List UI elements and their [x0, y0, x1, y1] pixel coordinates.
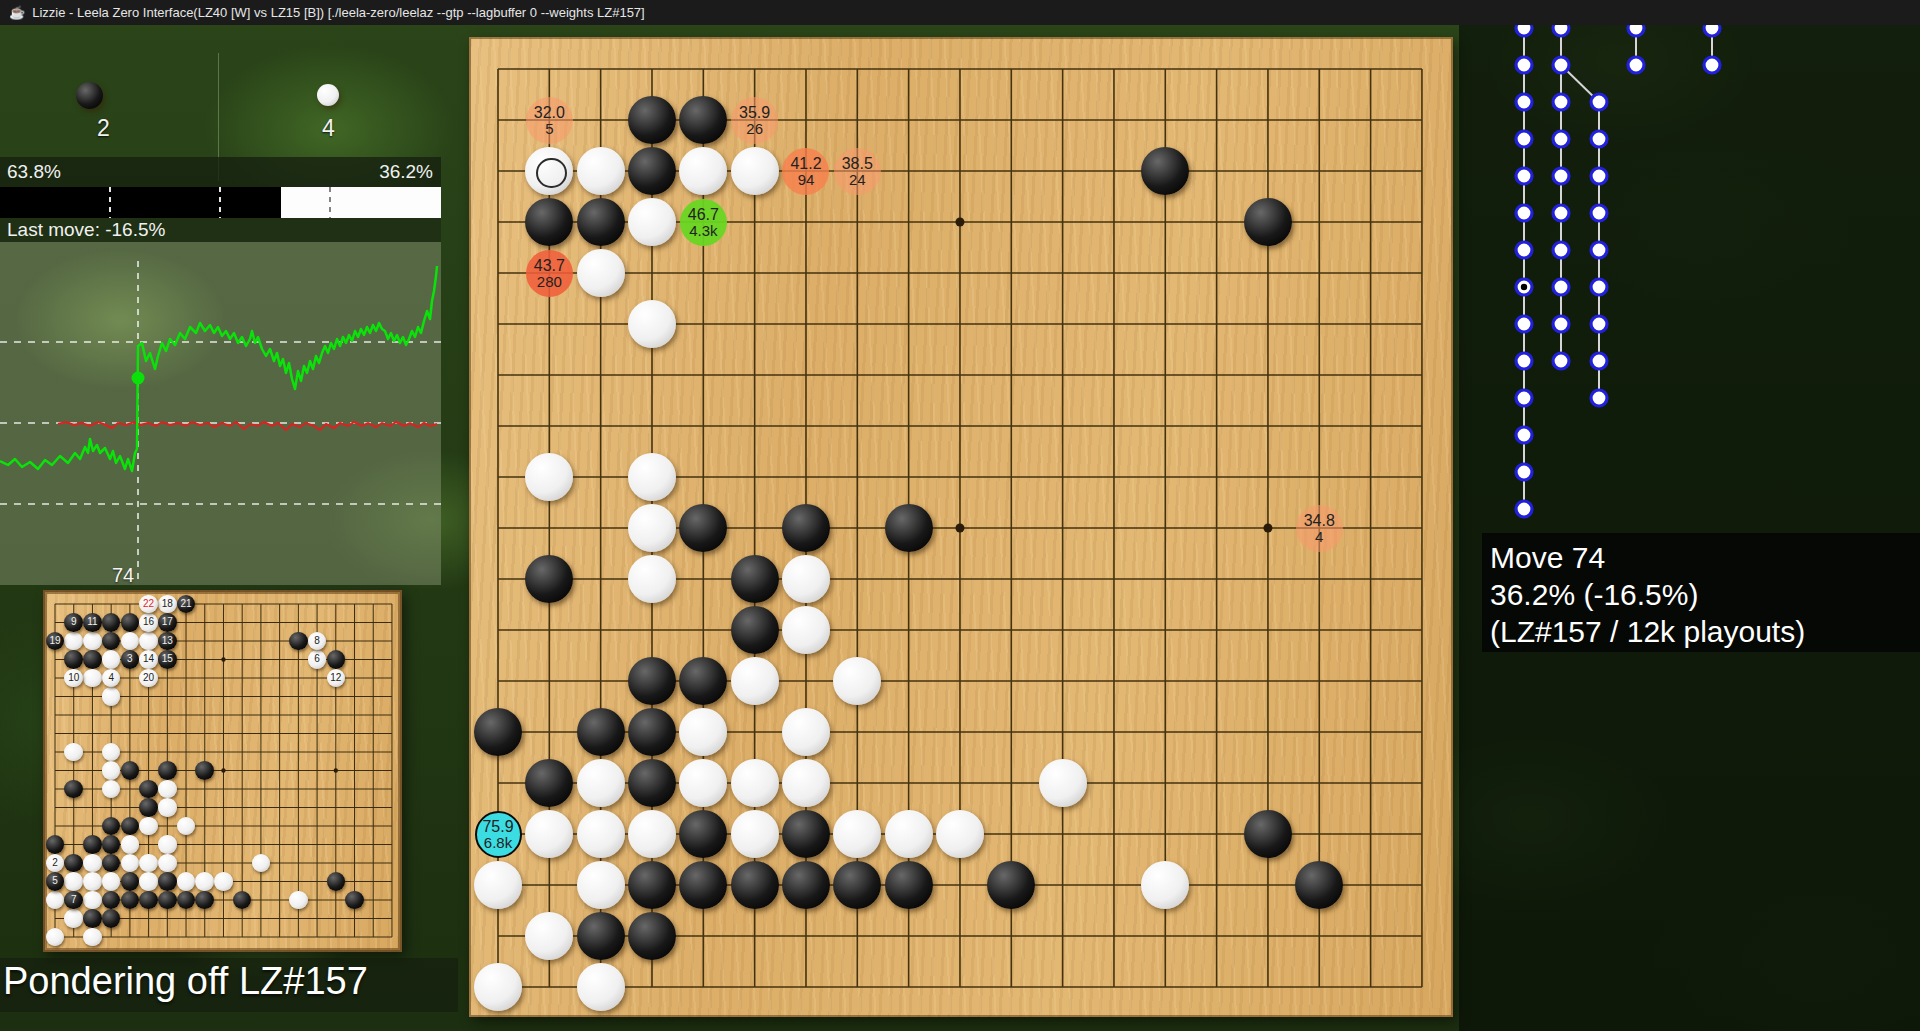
white-stone[interactable]: [83, 872, 102, 891]
black-stone[interactable]: [987, 861, 1035, 909]
tree-node[interactable]: [1591, 242, 1607, 258]
tree-node[interactable]: [1516, 501, 1532, 517]
variation-tree[interactable]: [1459, 10, 1920, 530]
capture-panel: 2 4: [0, 25, 441, 157]
main-board[interactable]: 32.0535.92641.29438.52446.74.3k43.728034…: [469, 37, 1453, 1017]
tree-node[interactable]: [1591, 316, 1607, 332]
tree-node[interactable]: [1553, 316, 1569, 332]
winrate-bar-black: [0, 187, 281, 218]
tree-node[interactable]: [1516, 205, 1532, 221]
variation-white-stone[interactable]: 20: [139, 669, 158, 688]
suggestion-visits: 4: [1315, 529, 1323, 544]
black-stone[interactable]: [102, 835, 121, 854]
tree-node[interactable]: [1516, 131, 1532, 147]
black-stone[interactable]: [525, 759, 573, 807]
tree-node[interactable]: [1553, 57, 1569, 73]
white-stone[interactable]: [474, 963, 522, 1011]
tree-node[interactable]: [1516, 353, 1532, 369]
black-capture-stone: [76, 82, 103, 109]
tree-node[interactable]: [1591, 279, 1607, 295]
white-stone[interactable]: [679, 147, 727, 195]
tree-node[interactable]: [1704, 57, 1720, 73]
white-stone[interactable]: [577, 249, 625, 297]
variation-black-stone[interactable]: 13: [158, 632, 177, 651]
winrate-bar: [0, 187, 441, 218]
white-stone[interactable]: [885, 810, 933, 858]
white-stone[interactable]: [782, 555, 830, 603]
black-stone[interactable]: [628, 708, 676, 756]
tree-current-node-dot: [1521, 284, 1527, 290]
black-stone[interactable]: [158, 761, 177, 780]
move-info-winrate: 36.2% (-16.5%): [1490, 576, 1920, 613]
black-stone[interactable]: [1295, 861, 1343, 909]
tree-node[interactable]: [1591, 131, 1607, 147]
black-stone[interactable]: [64, 650, 83, 669]
move-info-engine: (LZ#157 / 12k playouts): [1490, 613, 1920, 650]
suggestion-best[interactable]: 46.74.3k: [680, 199, 727, 246]
white-stone[interactable]: [628, 198, 676, 246]
variation-black-stone[interactable]: 3: [121, 650, 140, 669]
white-stone[interactable]: [83, 891, 102, 910]
black-stone[interactable]: [731, 861, 779, 909]
tree-node[interactable]: [1591, 353, 1607, 369]
variation-move-number: 14: [143, 654, 154, 664]
tree-node[interactable]: [1516, 390, 1532, 406]
white-stone[interactable]: [64, 632, 83, 651]
variation-move-number: 13: [162, 636, 173, 646]
variation-move-number: 3: [127, 654, 133, 664]
black-stone[interactable]: [679, 504, 727, 552]
black-stone[interactable]: [679, 861, 727, 909]
white-stone[interactable]: [731, 147, 779, 195]
variation-white-stone[interactable]: 10: [64, 669, 83, 688]
black-stone[interactable]: [885, 504, 933, 552]
winrate-strip: 63.8% 36.2%: [0, 157, 441, 187]
variation-move-number: 17: [162, 617, 173, 627]
white-stone[interactable]: [731, 759, 779, 807]
white-stone[interactable]: [628, 555, 676, 603]
variation-black-stone[interactable]: 9: [64, 613, 83, 632]
black-stone[interactable]: [525, 555, 573, 603]
black-stone[interactable]: [64, 854, 83, 873]
white-capture-stone: [317, 84, 339, 106]
variation-move-number: 10: [68, 673, 79, 683]
black-stone[interactable]: [327, 872, 346, 891]
variation-move-number: 12: [330, 673, 341, 683]
black-stone[interactable]: [158, 891, 177, 910]
suggestion-weak[interactable]: 35.926: [731, 97, 778, 144]
suggestion-visits: 5: [545, 121, 553, 136]
black-stone[interactable]: [628, 657, 676, 705]
black-stone[interactable]: [102, 909, 121, 928]
tree-node[interactable]: [1591, 390, 1607, 406]
white-stone[interactable]: [139, 854, 158, 873]
winrate-line: [0, 266, 437, 471]
white-stone[interactable]: [628, 504, 676, 552]
suggestion-winrate: 46.7: [688, 206, 719, 223]
white-stone[interactable]: [102, 650, 121, 669]
black-stone[interactable]: [833, 861, 881, 909]
white-stone[interactable]: [102, 687, 121, 706]
move-info-panel: Move 74 36.2% (-16.5%) (LZ#157 / 12k pla…: [1482, 533, 1920, 652]
winrate-bar-tick-75: [329, 187, 331, 218]
black-stone[interactable]: [195, 761, 214, 780]
black-stone[interactable]: [1244, 810, 1292, 858]
suggestion-strong[interactable]: 43.7280: [526, 250, 573, 297]
black-stone[interactable]: [83, 650, 102, 669]
black-stone[interactable]: [679, 96, 727, 144]
window-title: Lizzie - Leela Zero Interface(LZ40 [W] v…: [32, 5, 644, 20]
black-stone[interactable]: [46, 835, 65, 854]
tree-node[interactable]: [1553, 279, 1569, 295]
variation-move-number: 18: [162, 599, 173, 609]
black-stone[interactable]: [628, 759, 676, 807]
white-stone[interactable]: [628, 810, 676, 858]
white-stone[interactable]: [83, 669, 102, 688]
variation-move-number: 11: [87, 617, 97, 627]
variation-board[interactable]: 2345678910111213141516171819202122: [43, 590, 402, 952]
black-stone[interactable]: [885, 861, 933, 909]
suggestion-weak[interactable]: 38.524: [834, 148, 881, 195]
black-stone[interactable]: [628, 147, 676, 195]
status-text: Pondering off LZ#157: [3, 960, 368, 1003]
white-stone[interactable]: [102, 761, 121, 780]
white-stone[interactable]: [628, 453, 676, 501]
black-stone[interactable]: [628, 861, 676, 909]
variation-move-number: 9: [71, 617, 77, 627]
variation-move-number: 6: [314, 654, 320, 664]
variation-move-number: 4: [108, 673, 114, 683]
white-stone[interactable]: [1141, 861, 1189, 909]
variation-black-stone[interactable]: 5: [46, 872, 65, 891]
winrate-bar-tick-25: [109, 187, 111, 218]
black-stone[interactable]: [525, 198, 573, 246]
white-stone[interactable]: [577, 759, 625, 807]
white-stone[interactable]: [577, 810, 625, 858]
white-stone[interactable]: [936, 810, 984, 858]
white-stone[interactable]: [525, 912, 573, 960]
white-stone[interactable]: [833, 810, 881, 858]
suggestion-visits: 6.8k: [484, 835, 512, 850]
variation-white-stone[interactable]: 22: [139, 595, 158, 614]
variation-white-stone[interactable]: 18: [158, 595, 177, 614]
suggestion-weak[interactable]: 32.05: [526, 97, 573, 144]
variation-black-stone[interactable]: 11: [83, 613, 102, 632]
variation-move-number: 20: [143, 673, 154, 683]
tree-node[interactable]: [1553, 131, 1569, 147]
black-stone[interactable]: [1141, 147, 1189, 195]
black-stone[interactable]: [782, 810, 830, 858]
suggestion-winrate: 41.2: [790, 155, 821, 172]
black-stone[interactable]: [139, 780, 158, 799]
variation-move-number: 15: [162, 654, 173, 664]
black-stone[interactable]: [64, 780, 83, 799]
graph-move-number: 74: [112, 564, 134, 587]
black-stone[interactable]: [83, 835, 102, 854]
variation-move-number: 16: [143, 617, 154, 627]
black-stone[interactable]: [679, 810, 727, 858]
black-stone[interactable]: [731, 606, 779, 654]
white-capture-count: 4: [322, 115, 335, 142]
white-stone[interactable]: [577, 147, 625, 195]
tree-node[interactable]: [1553, 168, 1569, 184]
tree-node[interactable]: [1516, 427, 1532, 443]
white-stone[interactable]: [679, 759, 727, 807]
white-stone[interactable]: [731, 657, 779, 705]
tree-node[interactable]: [1516, 316, 1532, 332]
black-stone[interactable]: [121, 613, 140, 632]
white-stone[interactable]: [158, 835, 177, 854]
white-stone[interactable]: [1039, 759, 1087, 807]
variation-white-stone[interactable]: 16: [139, 613, 158, 632]
suggestion-winrate: 43.7: [534, 257, 565, 274]
variation-move-number: 19: [49, 636, 60, 646]
black-stone[interactable]: [679, 657, 727, 705]
white-stone[interactable]: [731, 810, 779, 858]
white-stone[interactable]: [628, 300, 676, 348]
white-stone[interactable]: [139, 632, 158, 651]
lizzie-window: { "app": "Lizzie", "game": "go", "window…: [0, 0, 1920, 1031]
variation-move-number: 21: [180, 599, 191, 609]
tree-node[interactable]: [1591, 205, 1607, 221]
black-stone[interactable]: [474, 708, 522, 756]
white-stone[interactable]: [177, 872, 196, 891]
suggestion-visits: 280: [537, 274, 562, 289]
variation-black-stone[interactable]: 17: [158, 613, 177, 632]
white-stone[interactable]: [83, 632, 102, 651]
black-stone[interactable]: [345, 891, 364, 910]
variation-white-stone[interactable]: 14: [139, 650, 158, 669]
black-stone[interactable]: [158, 872, 177, 891]
white-stone[interactable]: [121, 835, 140, 854]
white-stone[interactable]: [833, 657, 881, 705]
white-stone[interactable]: [158, 780, 177, 799]
suggestion-visits: 4.3k: [689, 223, 717, 238]
white-stone[interactable]: [195, 872, 214, 891]
suggestion-visits: 94: [798, 172, 815, 187]
variation-move-number: 8: [314, 636, 320, 646]
black-stone[interactable]: [139, 891, 158, 910]
tree-node[interactable]: [1553, 242, 1569, 258]
variation-black-stone[interactable]: 15: [158, 650, 177, 669]
black-stone[interactable]: [121, 761, 140, 780]
tree-node[interactable]: [1553, 205, 1569, 221]
suggestion-winrate: 38.5: [842, 155, 873, 172]
suggestion-winrate: 32.0: [534, 104, 565, 121]
tree-node[interactable]: [1516, 464, 1532, 480]
black-stone[interactable]: [577, 912, 625, 960]
suggestion-visits: 26: [746, 121, 763, 136]
white-stone[interactable]: [525, 810, 573, 858]
tree-node[interactable]: [1516, 242, 1532, 258]
white-stone[interactable]: [214, 872, 233, 891]
variation-black-stone[interactable]: 7: [64, 891, 83, 910]
tree-node[interactable]: [1553, 94, 1569, 110]
tree-node[interactable]: [1516, 57, 1532, 73]
black-stone[interactable]: [782, 861, 830, 909]
winrate-graph-svg: [0, 242, 441, 585]
lastmove-delta: Last move: -16.5%: [7, 219, 165, 241]
black-stone[interactable]: [289, 632, 308, 651]
white-stone[interactable]: [158, 854, 177, 873]
suggestion-visits: 24: [849, 172, 866, 187]
white-stone[interactable]: [64, 909, 83, 928]
white-stone[interactable]: [782, 606, 830, 654]
winrate-bar-tick-50: [219, 187, 221, 218]
black-stone[interactable]: [139, 798, 158, 817]
black-stone[interactable]: [121, 872, 140, 891]
white-stone[interactable]: [64, 872, 83, 891]
black-capture-count: 2: [97, 115, 110, 142]
black-stone[interactable]: [628, 96, 676, 144]
current-move-marker: [132, 372, 145, 385]
tree-node[interactable]: [1553, 353, 1569, 369]
tree-node[interactable]: [1516, 168, 1532, 184]
status-band: Pondering off LZ#157: [0, 958, 458, 1012]
java-icon: ☕: [9, 0, 25, 25]
black-stone[interactable]: [782, 504, 830, 552]
title-bar: ☕ Lizzie - Leela Zero Interface(LZ40 [W]…: [0, 0, 1920, 25]
suggestion-hover[interactable]: 75.96.8k: [475, 811, 522, 858]
suggestion-weak[interactable]: 34.84: [1296, 505, 1343, 552]
black-stone[interactable]: [327, 650, 346, 669]
white-stone[interactable]: [289, 891, 308, 910]
tree-node[interactable]: [1591, 168, 1607, 184]
white-stone[interactable]: [158, 798, 177, 817]
white-stone[interactable]: [577, 963, 625, 1011]
white-stone[interactable]: [679, 708, 727, 756]
black-stone[interactable]: [1244, 198, 1292, 246]
black-stone[interactable]: [577, 708, 625, 756]
suggestion-winrate: 75.9: [482, 818, 513, 835]
tree-node[interactable]: [1516, 94, 1532, 110]
white-stone[interactable]: [525, 453, 573, 501]
black-stone[interactable]: [577, 198, 625, 246]
black-stone[interactable]: [83, 909, 102, 928]
black-stone[interactable]: [102, 613, 121, 632]
white-stone[interactable]: [102, 872, 121, 891]
white-stone[interactable]: [782, 708, 830, 756]
black-stone[interactable]: [731, 555, 779, 603]
suggestion-winrate: 35.9: [739, 104, 770, 121]
winrate-graph[interactable]: 74: [0, 242, 441, 585]
black-stone[interactable]: [628, 912, 676, 960]
white-stone[interactable]: [64, 743, 83, 762]
suggestion-medium[interactable]: 41.294: [782, 148, 829, 195]
tree-node[interactable]: [1628, 57, 1644, 73]
white-stone[interactable]: [577, 861, 625, 909]
white-stone[interactable]: [139, 817, 158, 836]
white-winrate: 36.2%: [379, 161, 433, 183]
variation-move-number: 22: [143, 599, 154, 609]
variation-move-number: 7: [71, 895, 77, 905]
variation-move-number: 5: [52, 876, 58, 886]
black-winrate: 63.8%: [7, 161, 61, 183]
tree-node[interactable]: [1591, 94, 1607, 110]
white-stone[interactable]: [83, 854, 102, 873]
suggestion-winrate: 34.8: [1304, 512, 1335, 529]
variation-move-number: 2: [52, 858, 58, 868]
white-stone[interactable]: [83, 928, 102, 947]
white-stone[interactable]: [474, 861, 522, 909]
lastmove-strip: Last move: -16.5%: [0, 218, 441, 242]
white-stone[interactable]: [782, 759, 830, 807]
white-stone[interactable]: [139, 872, 158, 891]
last-move-marker: [536, 158, 567, 189]
move-info-move: Move 74: [1490, 533, 1920, 576]
variation-white-stone[interactable]: 6: [308, 650, 327, 669]
